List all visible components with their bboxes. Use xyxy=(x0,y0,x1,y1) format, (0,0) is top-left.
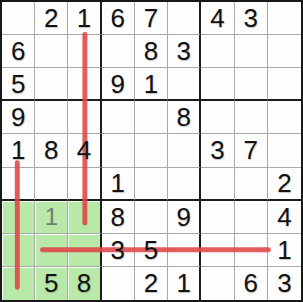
cell-r1c8[interactable]: 3 xyxy=(235,2,268,35)
digit: 5 xyxy=(144,237,158,263)
cell-r6c8[interactable] xyxy=(235,168,268,201)
cell-r5c5[interactable] xyxy=(135,134,168,167)
cell-r2c5[interactable]: 8 xyxy=(135,35,168,68)
digit: 6 xyxy=(11,38,25,64)
cell-r4c2[interactable] xyxy=(35,101,68,134)
digit: 8 xyxy=(77,270,91,296)
digit: 8 xyxy=(176,104,190,130)
sudoku-grid: 2167436835919818437121894351582163 xyxy=(2,2,301,300)
digit: 3 xyxy=(210,137,224,163)
cell-r2c3[interactable] xyxy=(68,35,101,68)
cell-r2c6[interactable]: 3 xyxy=(168,35,201,68)
cell-r4c1[interactable]: 9 xyxy=(2,101,35,134)
cell-r4c5[interactable] xyxy=(135,101,168,134)
cell-r5c2[interactable]: 8 xyxy=(35,134,68,167)
cell-r7c5[interactable] xyxy=(135,201,168,234)
cell-r6c2[interactable] xyxy=(35,168,68,201)
cell-r3c7[interactable] xyxy=(201,68,234,101)
digit: 4 xyxy=(210,5,224,31)
digit: 6 xyxy=(111,5,125,31)
cell-r4c3[interactable] xyxy=(68,101,101,134)
digit: 9 xyxy=(11,104,25,130)
cell-r2c8[interactable] xyxy=(235,35,268,68)
cell-r8c5[interactable]: 5 xyxy=(135,234,168,267)
cell-r2c2[interactable] xyxy=(35,35,68,68)
cell-r9c7[interactable] xyxy=(201,267,234,300)
digit: 7 xyxy=(144,5,158,31)
digit: 3 xyxy=(176,38,190,64)
cell-r4c4[interactable] xyxy=(102,101,135,134)
cell-r9c6[interactable]: 1 xyxy=(168,267,201,300)
cell-r5c3[interactable]: 4 xyxy=(68,134,101,167)
cell-r5c4[interactable] xyxy=(102,134,135,167)
digit: 2 xyxy=(277,170,291,196)
digit: 1 xyxy=(45,205,58,229)
digit: 9 xyxy=(176,204,190,230)
cell-r3c2[interactable] xyxy=(35,68,68,101)
cell-r5c8[interactable]: 7 xyxy=(235,134,268,167)
digit: 7 xyxy=(243,137,257,163)
cell-r4c8[interactable] xyxy=(235,101,268,134)
cell-r1c9[interactable] xyxy=(268,2,301,35)
cell-r2c4[interactable] xyxy=(102,35,135,68)
cell-r3c6[interactable] xyxy=(168,68,201,101)
cell-r3c5[interactable]: 1 xyxy=(135,68,168,101)
digit: 2 xyxy=(144,270,158,296)
digit: 4 xyxy=(77,137,91,163)
cell-r3c8[interactable] xyxy=(235,68,268,101)
digit: 3 xyxy=(243,5,257,31)
digit: 6 xyxy=(243,270,257,296)
cell-r2c9[interactable] xyxy=(268,35,301,68)
cell-r1c6[interactable] xyxy=(168,2,201,35)
cell-r9c8[interactable]: 6 xyxy=(235,267,268,300)
cell-r8c8[interactable] xyxy=(235,234,268,267)
cell-r9c3[interactable]: 8 xyxy=(68,267,101,300)
cell-r4c7[interactable] xyxy=(201,101,234,134)
cell-r3c4[interactable]: 9 xyxy=(102,68,135,101)
cell-r7c9[interactable]: 4 xyxy=(268,201,301,234)
digit: 2 xyxy=(44,5,58,31)
cell-r2c7[interactable] xyxy=(201,35,234,68)
digit: 3 xyxy=(111,237,125,263)
digit: 1 xyxy=(277,237,291,263)
cell-r1c5[interactable]: 7 xyxy=(135,2,168,35)
cell-r6c4[interactable]: 1 xyxy=(102,168,135,201)
digit: 1 xyxy=(111,170,125,196)
cell-r7c6[interactable]: 9 xyxy=(168,201,201,234)
cell-r8c1[interactable] xyxy=(2,234,35,267)
cell-r6c9[interactable]: 2 xyxy=(268,168,301,201)
cell-r7c7[interactable] xyxy=(201,201,234,234)
digit: 4 xyxy=(277,204,291,230)
digit: 9 xyxy=(111,71,125,97)
cell-r3c1[interactable]: 5 xyxy=(2,68,35,101)
digit: 8 xyxy=(144,38,158,64)
cell-r8c2[interactable] xyxy=(35,234,68,267)
cell-r7c3[interactable] xyxy=(68,201,101,234)
cell-r8c6[interactable] xyxy=(168,234,201,267)
cell-r8c7[interactable] xyxy=(201,234,234,267)
digit: 1 xyxy=(144,71,158,97)
cell-r9c4[interactable] xyxy=(102,267,135,300)
digit: 1 xyxy=(11,137,25,163)
cell-r6c6[interactable] xyxy=(168,168,201,201)
cell-r6c1[interactable] xyxy=(2,168,35,201)
cell-r1c2[interactable]: 2 xyxy=(35,2,68,35)
cell-r9c9[interactable]: 3 xyxy=(268,267,301,300)
cell-r4c9[interactable] xyxy=(268,101,301,134)
cell-r3c9[interactable] xyxy=(268,68,301,101)
cell-r1c4[interactable]: 6 xyxy=(102,2,135,35)
cell-r8c4[interactable]: 3 xyxy=(102,234,135,267)
cell-r6c5[interactable] xyxy=(135,168,168,201)
cell-r4c6[interactable]: 8 xyxy=(168,101,201,134)
cell-r7c2[interactable]: 1 xyxy=(35,201,68,234)
sudoku-board: 2167436835919818437121894351582163 xyxy=(0,0,303,302)
digit: 8 xyxy=(44,137,58,163)
cell-r1c3[interactable]: 1 xyxy=(68,2,101,35)
cell-r5c6[interactable] xyxy=(168,134,201,167)
digit: 5 xyxy=(11,71,25,97)
cell-r9c1[interactable] xyxy=(2,267,35,300)
digit: 5 xyxy=(44,270,58,296)
cell-r7c1[interactable] xyxy=(2,201,35,234)
digit: 1 xyxy=(77,5,91,31)
cell-r7c4[interactable]: 8 xyxy=(102,201,135,234)
cell-r7c8[interactable] xyxy=(235,201,268,234)
cell-r8c9[interactable]: 1 xyxy=(268,234,301,267)
cell-r6c7[interactable] xyxy=(201,168,234,201)
digit: 1 xyxy=(176,270,190,296)
cell-r6c3[interactable] xyxy=(68,168,101,201)
cell-r2c1[interactable]: 6 xyxy=(2,35,35,68)
cell-r3c3[interactable] xyxy=(68,68,101,101)
digit: 3 xyxy=(277,270,291,296)
cell-r9c5[interactable]: 2 xyxy=(135,267,168,300)
cell-r1c7[interactable]: 4 xyxy=(201,2,234,35)
cell-r5c9[interactable] xyxy=(268,134,301,167)
cell-r1c1[interactable] xyxy=(2,2,35,35)
cell-r9c2[interactable]: 5 xyxy=(35,267,68,300)
cell-r5c7[interactable]: 3 xyxy=(201,134,234,167)
digit: 8 xyxy=(111,204,125,230)
cell-r8c3[interactable] xyxy=(68,234,101,267)
cell-r5c1[interactable]: 1 xyxy=(2,134,35,167)
